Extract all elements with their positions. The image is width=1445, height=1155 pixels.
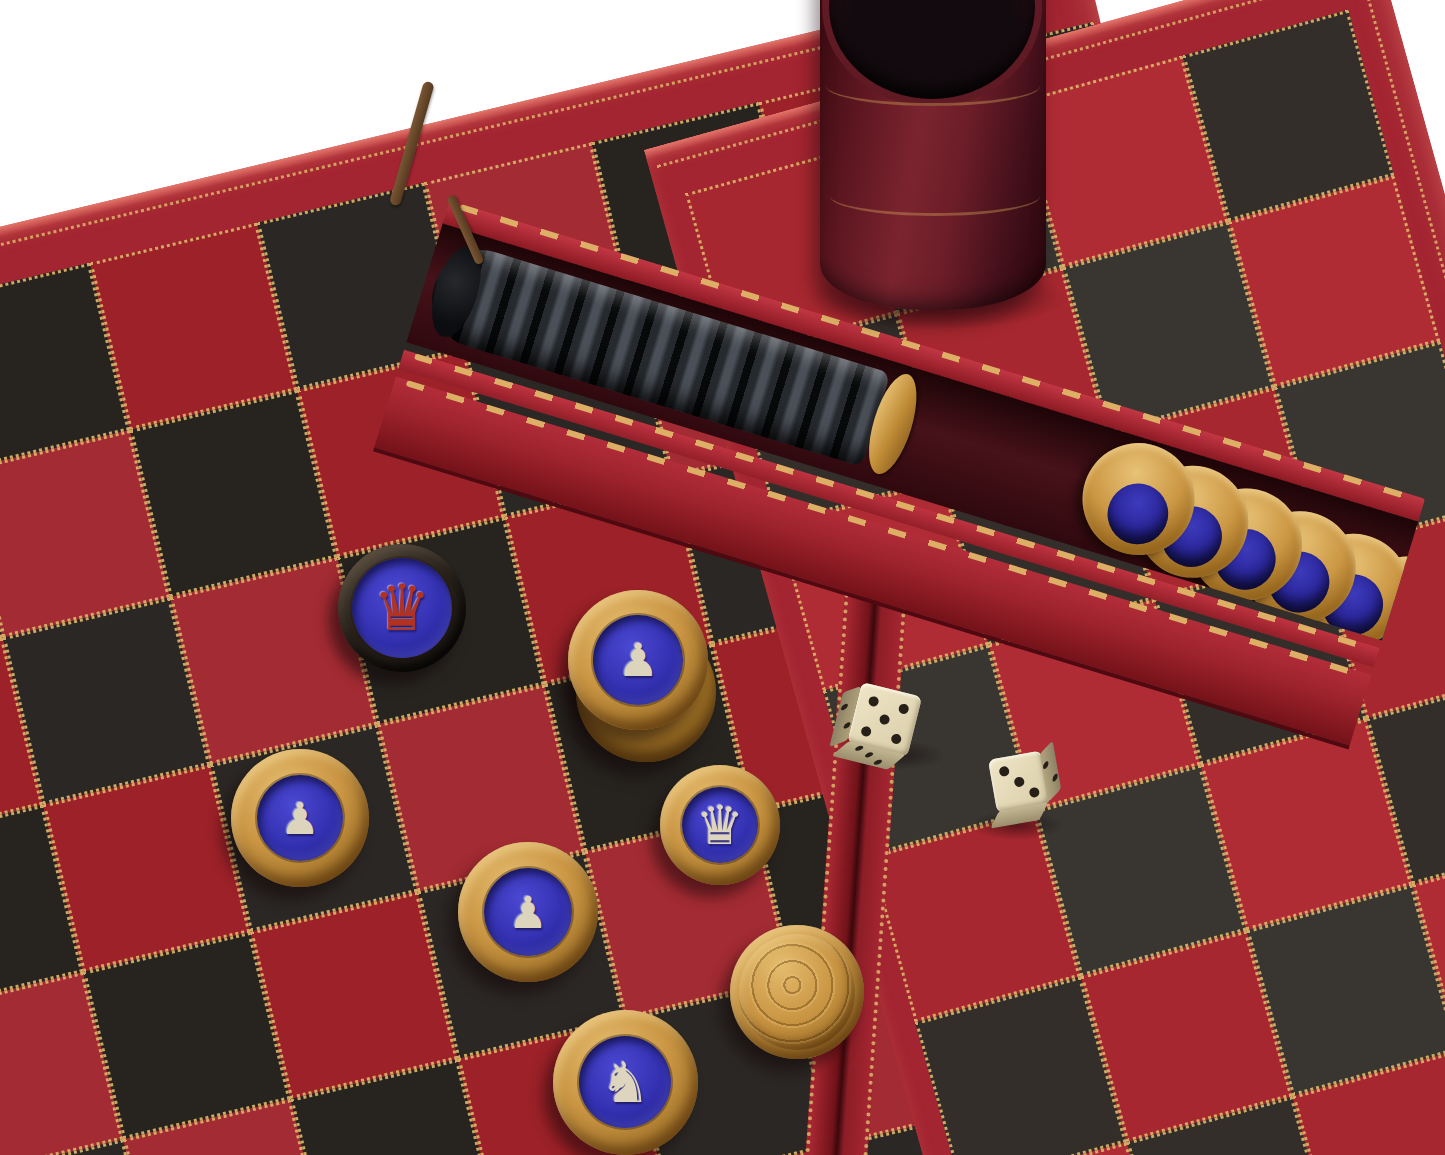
die-pip: [998, 766, 1010, 778]
die-pip: [897, 702, 909, 714]
fanned-man-blue-centre: [1096, 472, 1180, 556]
die-pip: [863, 752, 875, 758]
pawn-inlay-icon: ♟: [568, 590, 708, 730]
photo-antique-games-board: ♛♟♟♟♛♞: [0, 0, 1445, 1155]
pawn-inlay-icon: ♟: [458, 842, 598, 982]
crown-inlay-icon: ♛: [660, 765, 780, 885]
die-pip: [879, 714, 891, 726]
pawn-inlay-icon: ♟: [231, 749, 369, 887]
die-pip: [890, 732, 902, 744]
die-pip: [867, 695, 879, 707]
knight-inlay-icon: ♞: [553, 1010, 698, 1155]
draughts-man-pawn-middle: ♟: [458, 842, 598, 982]
draughts-man-knight: ♞: [553, 1010, 698, 1155]
draughts-man-white-crown: ♛: [660, 765, 780, 885]
die-pip: [854, 745, 866, 751]
die-pip: [860, 725, 872, 737]
dice-cup-gilt-ring: [830, 176, 1040, 216]
turned-rings-back: [739, 934, 854, 1049]
dice-cup-gilt-ring: [826, 66, 1040, 106]
draughts-man-plain-back: [730, 925, 864, 1059]
die-pip: [1013, 776, 1025, 788]
die-pip: [842, 722, 850, 730]
draughts-man-pawn-left: ♟: [231, 749, 369, 887]
die-pip: [1043, 759, 1049, 770]
draughts-man-ebony-red-crown: ♛: [338, 544, 466, 672]
die-pip: [872, 759, 884, 765]
die-pip: [840, 703, 848, 711]
die-pip: [1052, 772, 1058, 783]
draughts-man-stacked-pawn: ♟: [568, 590, 708, 730]
bone-die-three: [988, 751, 1051, 814]
die-pip: [1028, 787, 1040, 799]
crown-inlay-icon: ♛: [338, 544, 466, 672]
